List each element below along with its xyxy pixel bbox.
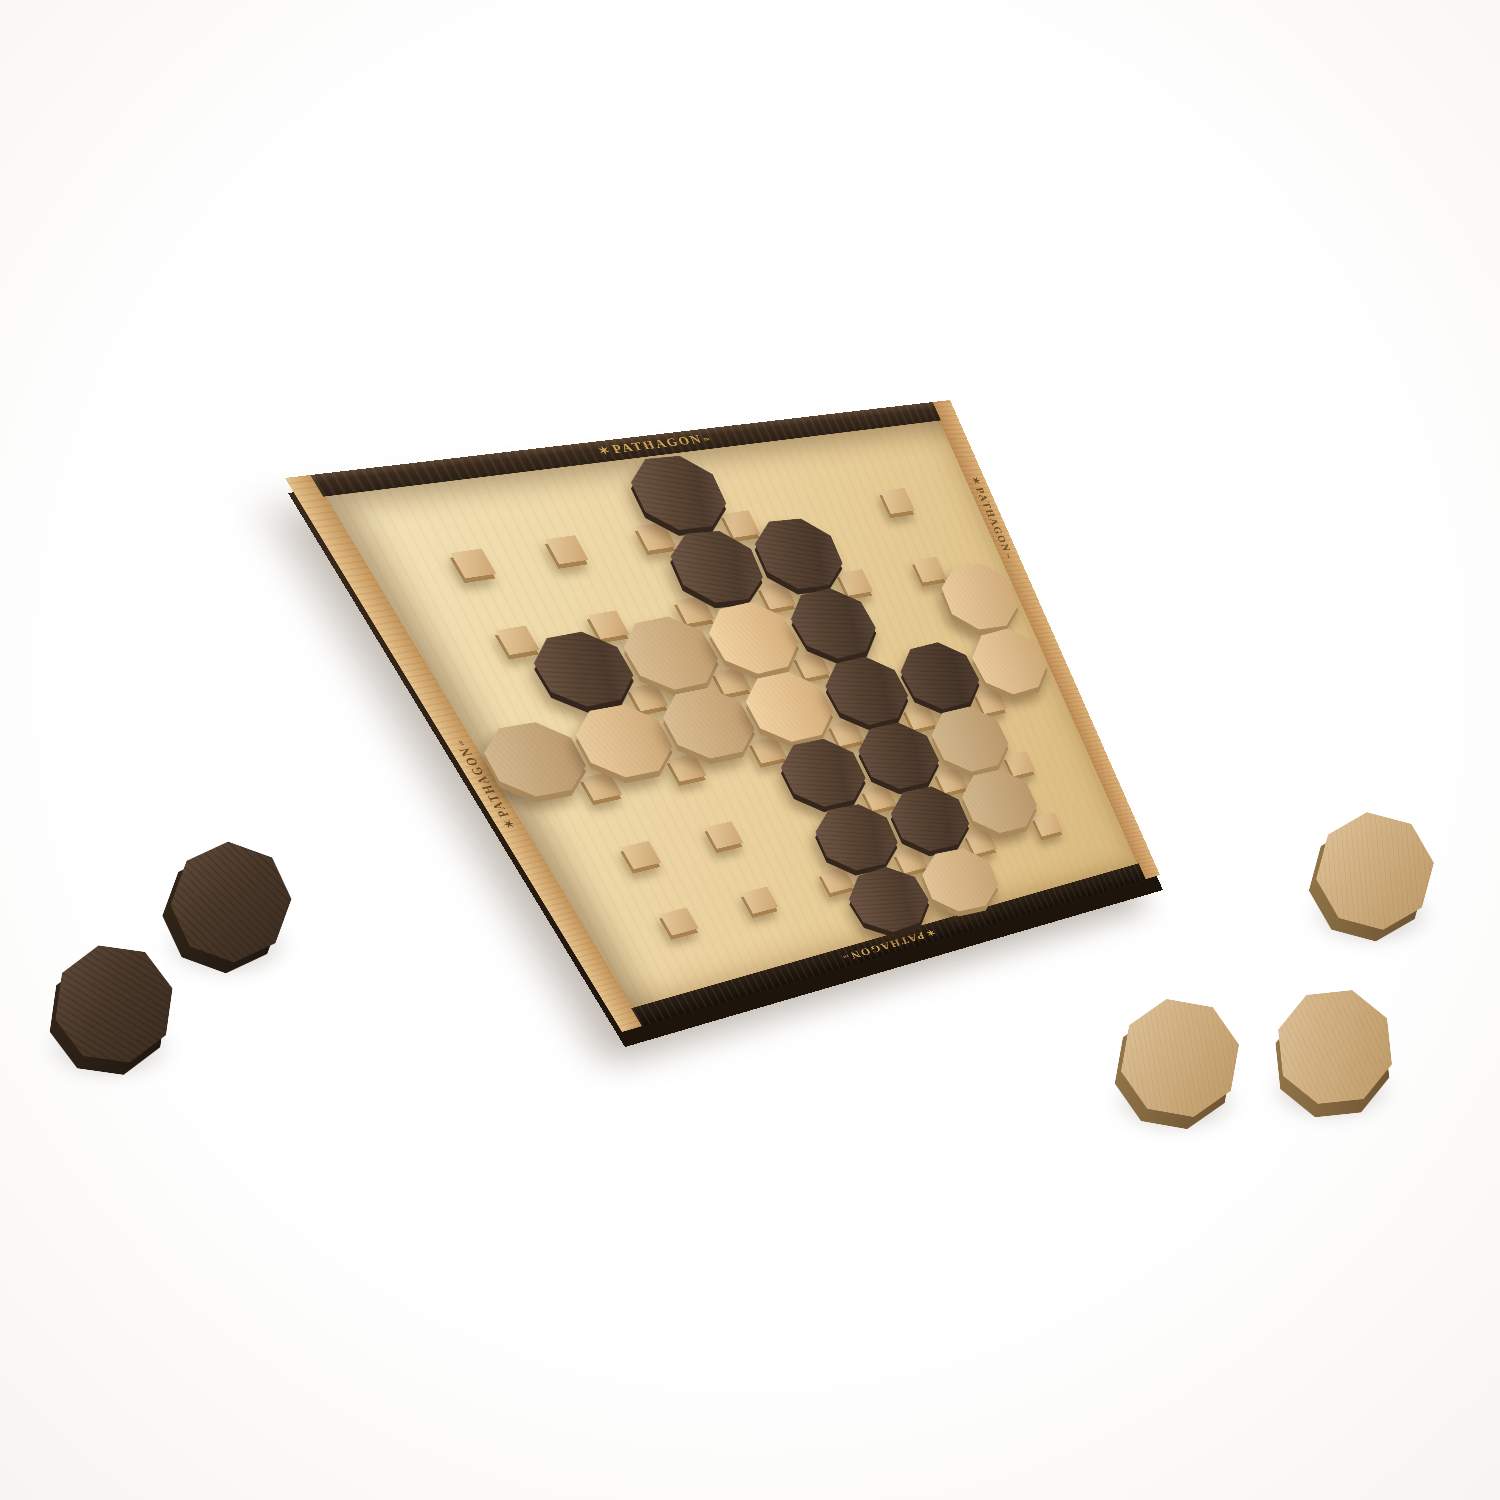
- loose-piece-light-2[interactable]: [1124, 1002, 1236, 1114]
- loose-piece-light-1[interactable]: [1320, 816, 1430, 926]
- loose-piece-body: [1115, 993, 1245, 1123]
- loose-piece-light-3[interactable]: [1280, 992, 1390, 1102]
- brand-trademark: ™: [841, 952, 849, 958]
- brand-logo-icon: ✶: [969, 476, 983, 487]
- loose-piece-dark-1[interactable]: [175, 846, 287, 958]
- brand-trademark: ™: [1003, 553, 1010, 559]
- loose-piece-body: [1275, 987, 1396, 1108]
- scene: ✶PATHAGON™ ✶PATHAGON™ ✶PATHAGON™ ✶PATHAG…: [0, 0, 1500, 1500]
- brand-logo-icon: ✶: [499, 817, 518, 830]
- loose-piece-body: [51, 941, 177, 1067]
- loose-piece-dark-2[interactable]: [58, 948, 170, 1060]
